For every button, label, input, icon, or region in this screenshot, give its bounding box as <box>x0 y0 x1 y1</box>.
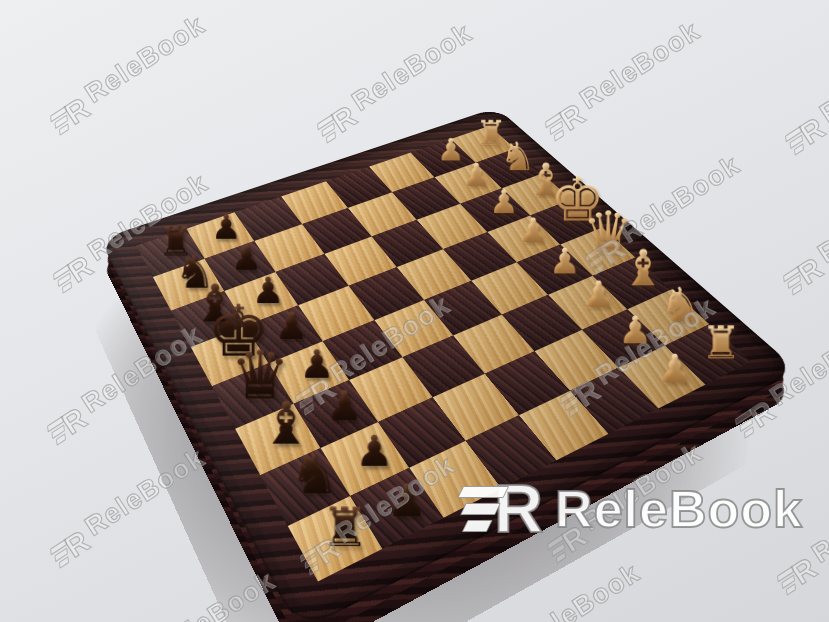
brand-text: ReleBook <box>555 479 803 539</box>
chess-board: ♜♟♟♜♞♟♟♞♝♟♟♝♚♟♟♚♛♟♟♛♝♟♟♝♞♟♟♞♜♟♟♜ <box>100 107 798 622</box>
piece-black-rook-a8[interactable]: ♜ <box>309 501 381 555</box>
square-e4[interactable] <box>397 249 472 300</box>
piece-black-knight-b8[interactable]: ♞ <box>280 445 348 501</box>
brand-logo: R ReleBook <box>452 478 803 539</box>
piece-black-pawn-b7[interactable]: ♟ <box>341 430 408 473</box>
piece-white-pawn-b2[interactable]: ♟ <box>606 312 665 350</box>
piece-black-pawn-c7[interactable]: ♟ <box>313 386 377 427</box>
piece-black-pawn-d7[interactable]: ♟ <box>286 345 347 384</box>
piece-white-pawn-a2[interactable]: ♟ <box>644 350 705 390</box>
relebook-logo-icon: R <box>452 478 543 539</box>
piece-black-pawn-a7[interactable]: ♟ <box>372 479 442 524</box>
